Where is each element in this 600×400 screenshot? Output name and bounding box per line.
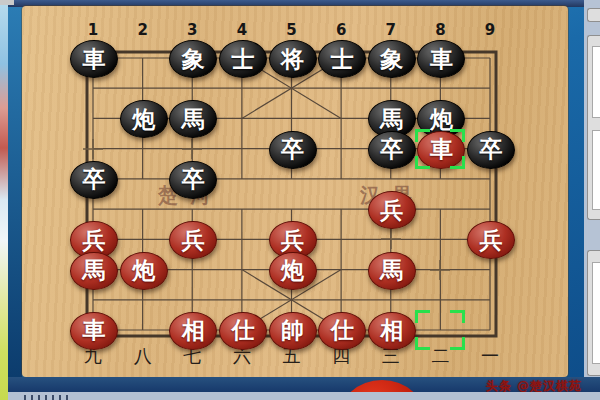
file-label-top: 9 — [485, 21, 495, 39]
piece-red-advisor[interactable]: 仕 — [318, 312, 366, 350]
piece-red-chariot[interactable]: 車 — [417, 131, 465, 169]
piece-red-horse[interactable]: 馬 — [368, 252, 416, 290]
file-label-bottom: 八 — [134, 344, 152, 368]
background-panel-top-inner — [592, 46, 600, 118]
highlight-corner — [415, 310, 430, 323]
point-marker — [83, 139, 103, 159]
background-panel-top-inner2 — [592, 130, 600, 210]
background-window-tab — [587, 8, 600, 22]
piece-black-advisor[interactable]: 士 — [219, 40, 267, 78]
piece-black-soldier[interactable]: 卒 — [368, 131, 416, 169]
file-label-top: 4 — [237, 21, 247, 39]
piece-red-cannon[interactable]: 炮 — [269, 252, 317, 290]
piece-black-soldier[interactable]: 卒 — [269, 131, 317, 169]
piece-red-horse[interactable]: 馬 — [70, 252, 118, 290]
highlight-corner — [415, 337, 430, 350]
cutoff-text-marks — [24, 395, 68, 400]
file-label-top: 8 — [435, 21, 445, 39]
piece-red-advisor[interactable]: 仕 — [219, 312, 267, 350]
piece-black-cannon[interactable]: 炮 — [120, 100, 168, 138]
piece-red-soldier[interactable]: 兵 — [169, 221, 217, 259]
board[interactable]: 楚河 汉界 123456789九八七六五四三二一車象士将士象車炮馬馬炮卒卒車卒卒… — [22, 6, 568, 377]
file-label-top: 5 — [286, 21, 296, 39]
file-label-top: 7 — [386, 21, 396, 39]
file-label-bottom: 二 — [431, 344, 449, 368]
window-top-corner — [0, 0, 14, 5]
file-label-top: 1 — [88, 21, 98, 39]
background-panel-bottom-inner — [592, 262, 600, 364]
file-label-top: 3 — [187, 21, 197, 39]
bottom-bar: 头条 @楚汉棋苑 — [8, 377, 600, 392]
file-label-bottom: 一 — [481, 344, 499, 368]
piece-red-cannon[interactable]: 炮 — [120, 252, 168, 290]
piece-red-soldier[interactable]: 兵 — [467, 221, 515, 259]
point-marker — [381, 229, 401, 249]
piece-black-horse[interactable]: 馬 — [169, 100, 217, 138]
piece-red-soldier[interactable]: 兵 — [368, 191, 416, 229]
window-left-frame — [8, 7, 22, 377]
taskbar-strip — [8, 392, 600, 400]
piece-black-advisor[interactable]: 士 — [318, 40, 366, 78]
point-marker — [430, 260, 450, 280]
piece-red-elephant[interactable]: 相 — [169, 312, 217, 350]
piece-black-soldier[interactable]: 卒 — [70, 161, 118, 199]
logo-red-circle — [338, 380, 426, 392]
highlight-corner — [450, 337, 465, 350]
file-label-top: 6 — [336, 21, 346, 39]
piece-black-elephant[interactable]: 象 — [368, 40, 416, 78]
watermark-text: 头条 @楚汉棋苑 — [486, 378, 582, 392]
piece-red-chariot[interactable]: 車 — [70, 312, 118, 350]
piece-black-soldier[interactable]: 卒 — [467, 131, 515, 169]
pieces-layer: 123456789九八七六五四三二一車象士将士象車炮馬馬炮卒卒車卒卒卒兵兵兵兵兵… — [22, 6, 568, 377]
piece-black-elephant[interactable]: 象 — [169, 40, 217, 78]
piece-red-general[interactable]: 帥 — [269, 312, 317, 350]
desktop-wallpaper-edge — [0, 0, 8, 400]
point-marker — [182, 139, 202, 159]
piece-black-chariot[interactable]: 車 — [417, 40, 465, 78]
file-label-top: 2 — [137, 21, 147, 39]
piece-black-general[interactable]: 将 — [269, 40, 317, 78]
highlight-corner — [450, 310, 465, 323]
piece-black-chariot[interactable]: 車 — [70, 40, 118, 78]
piece-red-elephant[interactable]: 相 — [368, 312, 416, 350]
piece-black-soldier[interactable]: 卒 — [169, 161, 217, 199]
